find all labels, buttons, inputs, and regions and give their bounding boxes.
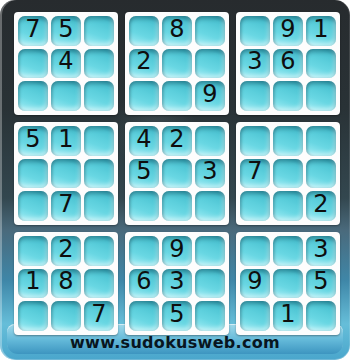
sudoku-cell-r3c3[interactable] — [84, 81, 114, 111]
sudoku-cell-r4c4[interactable]: 4 — [129, 126, 159, 156]
sudoku-cell-r3c5[interactable] — [162, 81, 192, 111]
sudoku-box-r1c2: 829 — [125, 12, 229, 115]
sudoku-cell-r7c8[interactable] — [273, 236, 303, 266]
sudoku-box-r1c3: 9136 — [236, 12, 340, 115]
sudoku-box-r2c3: 72 — [236, 122, 340, 225]
sudoku-cell-r7c1[interactable] — [18, 236, 48, 266]
sudoku-cell-r8c5[interactable]: 3 — [162, 269, 192, 299]
cell-digit: 5 — [25, 127, 40, 151]
cell-digit: 3 — [202, 159, 217, 183]
sudoku-cell-r9c1[interactable] — [18, 301, 48, 331]
cell-digit: 4 — [136, 127, 151, 151]
cell-digit: 6 — [280, 49, 295, 73]
sudoku-cell-r3c2[interactable] — [51, 81, 81, 111]
cell-digit: 6 — [136, 269, 151, 293]
sudoku-cell-r9c7[interactable] — [240, 301, 270, 331]
cell-digit: 9 — [247, 269, 262, 293]
cell-digit: 2 — [136, 49, 151, 73]
sudoku-cell-r9c9[interactable] — [306, 301, 336, 331]
sudoku-cell-r4c2[interactable]: 1 — [51, 126, 81, 156]
cell-digit: 3 — [169, 269, 184, 293]
sudoku-cell-r3c4[interactable] — [129, 81, 159, 111]
sudoku-cell-r1c4[interactable] — [129, 16, 159, 46]
sudoku-cell-r7c5[interactable]: 9 — [162, 236, 192, 266]
sudoku-cell-r6c4[interactable] — [129, 191, 159, 221]
sudoku-cell-r1c6[interactable] — [195, 16, 225, 46]
sudoku-cell-r3c9[interactable] — [306, 81, 336, 111]
sudoku-cell-r5c8[interactable] — [273, 159, 303, 189]
cell-digit: 1 — [280, 302, 295, 326]
sudoku-cell-r7c6[interactable] — [195, 236, 225, 266]
sudoku-cell-r9c2[interactable] — [51, 301, 81, 331]
sudoku-cell-r5c7[interactable]: 7 — [240, 159, 270, 189]
sudoku-cell-r8c6[interactable] — [195, 269, 225, 299]
cell-digit: 9 — [280, 17, 295, 41]
sudoku-cell-r5c2[interactable] — [51, 159, 81, 189]
sudoku-cell-r2c1[interactable] — [18, 49, 48, 79]
cell-digit: 1 — [313, 17, 328, 41]
sudoku-cell-r4c1[interactable]: 5 — [18, 126, 48, 156]
sudoku-cell-r1c9[interactable]: 1 — [306, 16, 336, 46]
sudoku-cell-r6c7[interactable] — [240, 191, 270, 221]
cell-digit: 8 — [169, 17, 184, 41]
sudoku-box-r3c2: 9635 — [125, 232, 229, 335]
sudoku-cell-r6c8[interactable] — [273, 191, 303, 221]
sudoku-cell-r2c5[interactable] — [162, 49, 192, 79]
cell-digit: 5 — [313, 269, 328, 293]
sudoku-cell-r1c2[interactable]: 5 — [51, 16, 81, 46]
sudoku-cell-r5c3[interactable] — [84, 159, 114, 189]
cell-digit: 9 — [169, 237, 184, 261]
sudoku-cell-r7c7[interactable] — [240, 236, 270, 266]
cell-digit: 2 — [58, 237, 73, 261]
sudoku-cell-r7c3[interactable] — [84, 236, 114, 266]
cell-digit: 7 — [247, 159, 262, 183]
sudoku-cell-r8c9[interactable]: 5 — [306, 269, 336, 299]
cell-digit: 5 — [58, 17, 73, 41]
sudoku-cell-r9c8[interactable]: 1 — [273, 301, 303, 331]
sudoku-box-r3c3: 3951 — [236, 232, 340, 335]
cell-digit: 2 — [169, 127, 184, 151]
sudoku-cell-r7c4[interactable] — [129, 236, 159, 266]
sudoku-cell-r1c8[interactable]: 9 — [273, 16, 303, 46]
cell-digit: 1 — [25, 269, 40, 293]
sudoku-cell-r7c2[interactable]: 2 — [51, 236, 81, 266]
cell-digit: 4 — [58, 49, 73, 73]
sudoku-box-r2c2: 4253 — [125, 122, 229, 225]
sudoku-cell-r5c6[interactable]: 3 — [195, 159, 225, 189]
sudoku-cell-r4c5[interactable]: 2 — [162, 126, 192, 156]
sudoku-cell-r2c4[interactable]: 2 — [129, 49, 159, 79]
sudoku-cell-r9c6[interactable] — [195, 301, 225, 331]
sudoku-cell-r1c3[interactable] — [84, 16, 114, 46]
sudoku-cell-r6c1[interactable] — [18, 191, 48, 221]
cell-digit: 3 — [247, 49, 262, 73]
sudoku-cell-r6c9[interactable]: 2 — [306, 191, 336, 221]
sudoku-app-frame: 7548299136517425372218796353951 www.sudo… — [0, 0, 350, 360]
cell-digit: 9 — [202, 82, 217, 106]
sudoku-cell-r8c7[interactable]: 9 — [240, 269, 270, 299]
sudokusweb-link[interactable]: www.sudokusweb.com — [0, 333, 350, 352]
sudoku-cell-r4c3[interactable] — [84, 126, 114, 156]
sudoku-cell-r9c5[interactable]: 5 — [162, 301, 192, 331]
sudoku-cell-r6c6[interactable] — [195, 191, 225, 221]
sudoku-cell-r8c8[interactable] — [273, 269, 303, 299]
sudoku-cell-r5c5[interactable] — [162, 159, 192, 189]
sudoku-box-r2c1: 517 — [14, 122, 118, 225]
sudoku-cell-r3c8[interactable] — [273, 81, 303, 111]
sudoku-cell-r1c5[interactable]: 8 — [162, 16, 192, 46]
sudoku-cell-r8c1[interactable]: 1 — [18, 269, 48, 299]
sudoku-cell-r6c5[interactable] — [162, 191, 192, 221]
sudoku-cell-r7c9[interactable]: 3 — [306, 236, 336, 266]
sudoku-cell-r9c3[interactable]: 7 — [84, 301, 114, 331]
sudoku-cell-r2c6[interactable] — [195, 49, 225, 79]
sudoku-cell-r8c2[interactable]: 8 — [51, 269, 81, 299]
cell-digit: 2 — [313, 192, 328, 216]
sudoku-cell-r8c4[interactable]: 6 — [129, 269, 159, 299]
sudoku-cell-r4c9[interactable] — [306, 126, 336, 156]
sudoku-box-r3c1: 2187 — [14, 232, 118, 335]
sudoku-cell-r1c7[interactable] — [240, 16, 270, 46]
sudoku-cell-r4c6[interactable] — [195, 126, 225, 156]
sudoku-cell-r3c7[interactable] — [240, 81, 270, 111]
cell-digit: 7 — [91, 302, 106, 326]
sudoku-cell-r2c8[interactable]: 6 — [273, 49, 303, 79]
cell-digit: 7 — [25, 17, 40, 41]
sudoku-board: 7548299136517425372218796353951 — [14, 12, 340, 335]
sudoku-cell-r5c4[interactable]: 5 — [129, 159, 159, 189]
sudoku-cell-r4c7[interactable] — [240, 126, 270, 156]
sudoku-cell-r2c7[interactable]: 3 — [240, 49, 270, 79]
sudoku-cell-r3c1[interactable] — [18, 81, 48, 111]
cell-digit: 8 — [58, 269, 73, 293]
sudoku-cell-r8c3[interactable] — [84, 269, 114, 299]
sudoku-cell-r2c2[interactable]: 4 — [51, 49, 81, 79]
sudoku-cell-r2c9[interactable] — [306, 49, 336, 79]
sudoku-cell-r2c3[interactable] — [84, 49, 114, 79]
cell-digit: 3 — [313, 237, 328, 261]
sudoku-cell-r5c1[interactable] — [18, 159, 48, 189]
sudoku-cell-r9c4[interactable] — [129, 301, 159, 331]
cell-digit: 7 — [58, 192, 73, 216]
sudoku-cell-r4c8[interactable] — [273, 126, 303, 156]
cell-digit: 1 — [58, 127, 73, 151]
sudoku-cell-r6c2[interactable]: 7 — [51, 191, 81, 221]
sudoku-cell-r3c6[interactable]: 9 — [195, 81, 225, 111]
sudoku-cell-r6c3[interactable] — [84, 191, 114, 221]
sudoku-box-r1c1: 754 — [14, 12, 118, 115]
sudoku-cell-r5c9[interactable] — [306, 159, 336, 189]
cell-digit: 5 — [136, 159, 151, 183]
cell-digit: 5 — [169, 302, 184, 326]
sudoku-cell-r1c1[interactable]: 7 — [18, 16, 48, 46]
